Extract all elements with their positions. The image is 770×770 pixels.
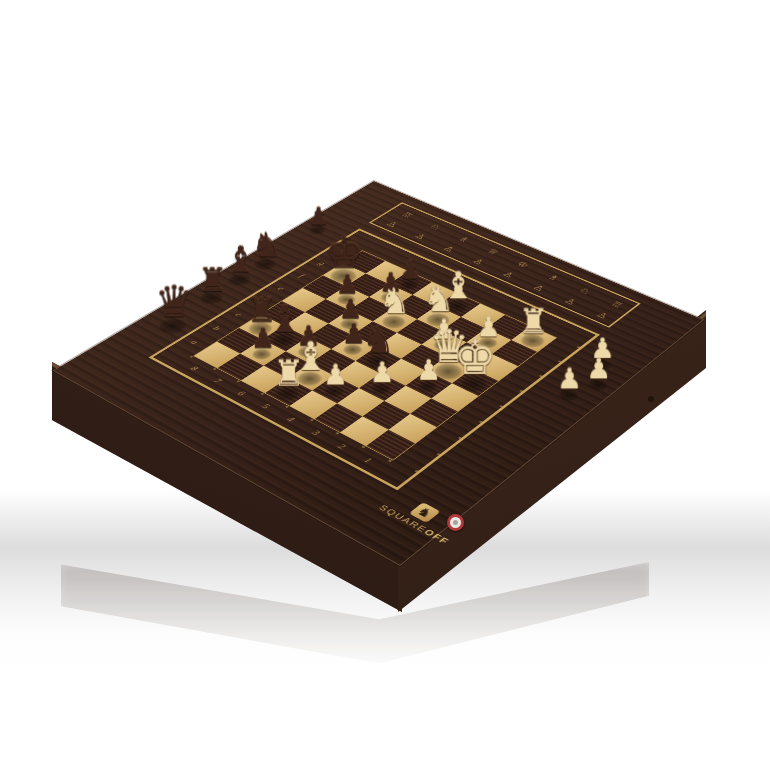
brand-word-off: OFF bbox=[422, 528, 452, 546]
tray-slot-n-icon: ♘ bbox=[428, 223, 444, 231]
piece-shadow bbox=[250, 256, 282, 273]
tray-slot-b-icon: ♗ bbox=[546, 273, 562, 282]
tray-slot-q-icon: ♕ bbox=[485, 247, 501, 256]
black-knight: ♞ bbox=[246, 228, 287, 262]
black-bishop: ♝ bbox=[220, 242, 262, 278]
tray-slot-p-icon: ♙ bbox=[471, 257, 487, 266]
piece-shadow bbox=[555, 387, 583, 404]
tray-slot-n-icon: ♘ bbox=[577, 286, 593, 295]
power-button[interactable] bbox=[447, 514, 464, 531]
tray-slot-p-icon: ♙ bbox=[413, 232, 429, 240]
tray-slot-p-icon: ♙ bbox=[441, 244, 457, 253]
tray-slot-p-icon: ♙ bbox=[501, 270, 517, 279]
piece-shadow bbox=[588, 357, 615, 373]
tray-slot-p-icon: ♙ bbox=[594, 310, 611, 320]
tray-slot-p-icon: ♙ bbox=[385, 220, 401, 228]
piece-shadow bbox=[153, 315, 192, 337]
piece-shadow bbox=[223, 271, 255, 288]
white-pawn: ♟ bbox=[580, 335, 625, 362]
piece-shadow bbox=[305, 224, 329, 237]
black-queen: ♛ bbox=[153, 280, 196, 323]
tray-slot-k-icon: ♔ bbox=[515, 260, 531, 269]
tray-slot-p-icon: ♙ bbox=[562, 297, 578, 306]
connector-port bbox=[648, 396, 654, 402]
tray-slot-r-icon: ♖ bbox=[609, 300, 625, 309]
board-top-face: ♖♘♗♕♔♗♘♖♙♙♙♙♙♙♙♙ ♞ SQUAREOFF ♜♚♟♝♟♟♟♟♟♜♝… bbox=[54, 181, 703, 565]
tray-slot-p-icon: ♙ bbox=[531, 283, 547, 292]
board-scene: ♖♘♗♕♔♗♘♖♙♙♙♙♙♙♙♙ ♞ SQUAREOFF ♜♚♟♝♟♟♟♟♟♜♝… bbox=[0, 0, 770, 770]
knight-logo-icon: ♞ bbox=[409, 502, 441, 523]
piece-shadow bbox=[195, 289, 228, 307]
piece-shadow bbox=[584, 377, 611, 393]
black-pawn: ♟ bbox=[299, 203, 339, 228]
tray-slot-b-icon: ♗ bbox=[456, 235, 472, 243]
tray-slot-r-icon: ♖ bbox=[400, 211, 415, 219]
